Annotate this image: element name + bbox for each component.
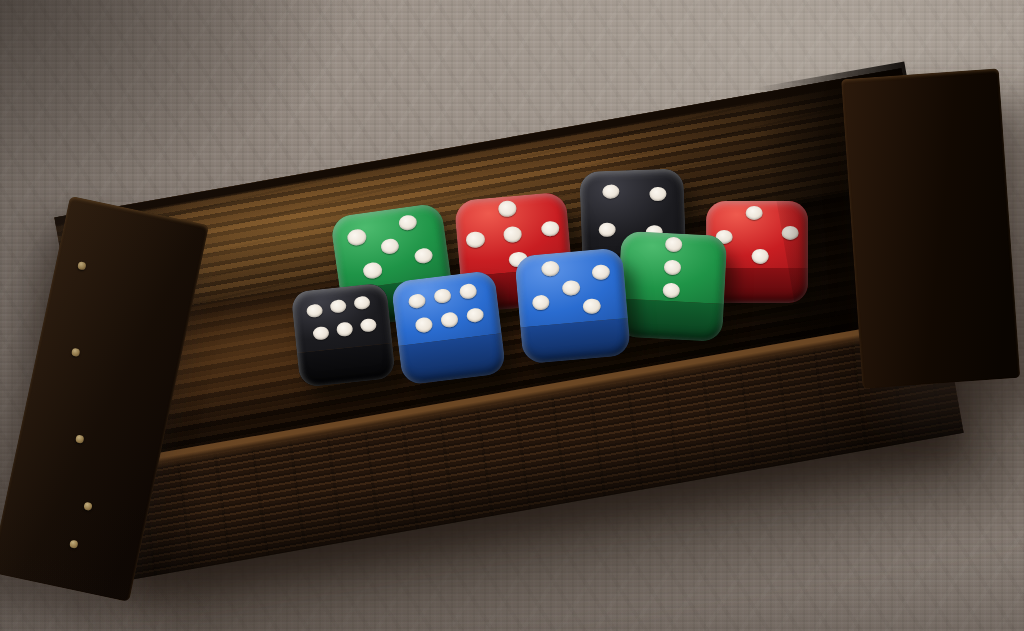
die-blue-5[interactable] xyxy=(514,247,631,364)
pip xyxy=(602,184,620,199)
pip xyxy=(380,238,400,256)
die-top-face xyxy=(618,231,727,304)
pip xyxy=(665,236,683,252)
tray-right-end-cap xyxy=(841,68,1020,388)
pip xyxy=(592,264,611,280)
pip xyxy=(541,260,560,276)
pip xyxy=(306,303,323,318)
pip xyxy=(466,307,485,323)
pip xyxy=(415,317,434,333)
pip xyxy=(312,326,329,341)
pip xyxy=(664,259,682,275)
pip xyxy=(398,214,418,232)
die-green-3[interactable] xyxy=(616,231,727,342)
nail-icon xyxy=(71,348,80,357)
pip xyxy=(662,282,680,298)
pip xyxy=(330,299,347,314)
pip xyxy=(752,249,769,263)
nail-icon xyxy=(77,261,86,270)
pip xyxy=(353,295,370,310)
pip xyxy=(540,220,560,237)
die-top-face xyxy=(514,247,628,327)
pip xyxy=(459,283,478,299)
die-blue-6[interactable] xyxy=(391,270,507,386)
pip xyxy=(413,247,433,265)
pip xyxy=(408,293,427,309)
pip xyxy=(598,222,616,237)
pip xyxy=(440,312,459,328)
pip xyxy=(746,206,763,220)
die-top-face xyxy=(290,282,392,353)
nail-icon xyxy=(83,502,92,511)
pip xyxy=(465,231,485,248)
pip xyxy=(347,229,367,247)
pip xyxy=(362,261,382,279)
die-top-face xyxy=(391,270,502,347)
nail-icon xyxy=(75,434,84,443)
pip xyxy=(561,279,580,295)
pip xyxy=(497,200,517,217)
pip xyxy=(336,322,353,337)
pip xyxy=(582,298,601,314)
pip xyxy=(531,294,550,310)
nail-icon xyxy=(69,539,78,548)
pip xyxy=(360,318,377,333)
pip xyxy=(433,288,452,304)
die-front-face xyxy=(616,298,724,342)
pip xyxy=(649,186,667,201)
pip xyxy=(503,226,523,243)
die-black-6[interactable] xyxy=(290,282,396,388)
